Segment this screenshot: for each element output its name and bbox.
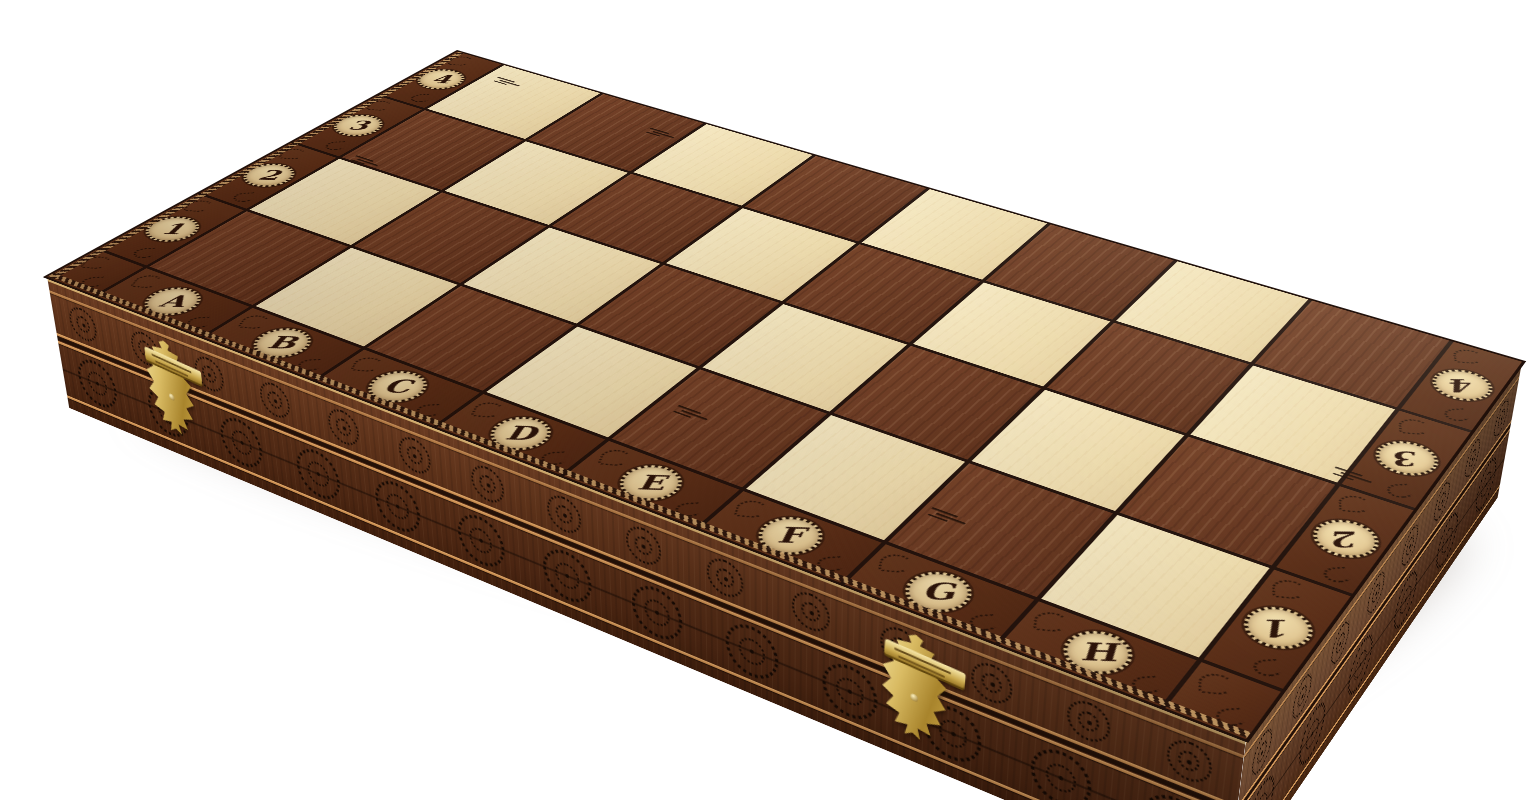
square-e2 bbox=[703, 304, 907, 411]
file-label-h-label: H bbox=[1078, 639, 1118, 665]
rank-label-left-1-label: 1 bbox=[158, 221, 187, 236]
rank-label-left-2-label: 2 bbox=[256, 168, 283, 182]
file-label-g-label: G bbox=[922, 580, 955, 604]
rank-label-right-3-medallion: 3 bbox=[1367, 435, 1447, 482]
file-label-f-label: F bbox=[776, 524, 804, 546]
square-h1 bbox=[1041, 515, 1270, 658]
square-g2 bbox=[972, 390, 1184, 511]
rank-label-right-3-label: 3 bbox=[1391, 448, 1423, 468]
rank-label-right-1-medallion: 1 bbox=[1233, 599, 1323, 657]
rank-label-right-2-label: 2 bbox=[1330, 527, 1363, 549]
product-photo-scene: 44332211ABCDEFGH bbox=[0, 0, 1538, 800]
square-g1 bbox=[888, 463, 1112, 597]
square-h2 bbox=[1119, 437, 1335, 566]
square-h3 bbox=[1190, 365, 1395, 482]
rank-label-right-2-medallion: 2 bbox=[1303, 513, 1388, 565]
rank-label-right-4-medallion: 4 bbox=[1424, 364, 1500, 407]
square-f2 bbox=[833, 346, 1041, 460]
square-d1 bbox=[486, 326, 697, 437]
file-label-a-label: A bbox=[157, 293, 190, 310]
square-g3 bbox=[1047, 323, 1248, 433]
file-label-b-label: B bbox=[265, 334, 300, 352]
engraved-dash-ornament bbox=[671, 405, 711, 423]
rank-label-right-1-label: 1 bbox=[1262, 615, 1295, 639]
engraved-dash-ornament bbox=[1330, 466, 1374, 485]
file-label-c-label: C bbox=[381, 377, 414, 396]
square-f1 bbox=[746, 415, 966, 540]
square-e1 bbox=[612, 369, 827, 487]
rank-label-right-4-label: 4 bbox=[1447, 376, 1478, 394]
file-label-e-label: E bbox=[636, 472, 667, 493]
rank-label-left-3-label: 3 bbox=[346, 119, 371, 132]
engraved-dash-ornament bbox=[925, 507, 968, 527]
rope-edge-ornament bbox=[49, 273, 1251, 738]
rank-label-left-4-label: 4 bbox=[430, 73, 453, 85]
folded-chess-box: 44332211ABCDEFGH bbox=[47, 51, 1522, 739]
file-label-d-label: D bbox=[503, 423, 538, 443]
